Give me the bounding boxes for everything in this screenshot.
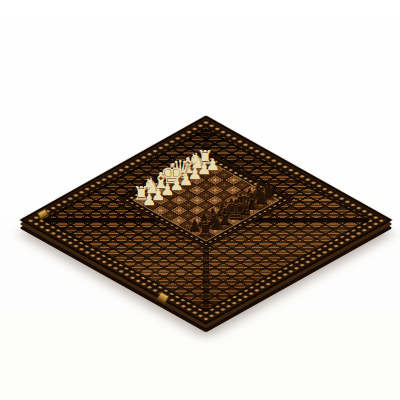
carved-game-board: ♜♟♟♜♞♟♟♞♝♟♟♝♛♟♟♛♚♟♟♚♝♟♟♝♞♟♟♞♜♟♟♜ <box>19 115 392 324</box>
board-photo-scene: ♜♟♟♜♞♟♟♞♝♟♟♝♛♟♟♛♚♟♟♚♝♟♟♝♞♟♟♞♜♟♟♜ <box>0 0 400 400</box>
